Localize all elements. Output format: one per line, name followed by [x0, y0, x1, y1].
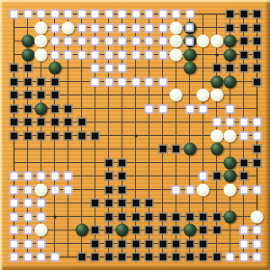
- black-territory-marker: [118, 185, 127, 194]
- black-territory-marker: [10, 104, 19, 113]
- white-territory-marker: [37, 212, 46, 221]
- white-territory-marker: [77, 37, 86, 46]
- black-territory-marker: [253, 145, 262, 154]
- black-stone: [210, 75, 223, 88]
- white-territory-marker: [253, 253, 262, 262]
- black-territory-marker: [23, 118, 32, 127]
- white-territory-marker: [50, 172, 59, 181]
- black-territory-marker: [239, 10, 248, 19]
- black-territory-marker: [131, 239, 140, 248]
- white-territory-marker: [239, 253, 248, 262]
- black-territory-marker: [185, 239, 194, 248]
- black-territory-marker: [64, 131, 73, 140]
- white-territory-marker: [104, 23, 113, 32]
- black-stone: [224, 75, 237, 88]
- white-territory-marker: [23, 212, 32, 221]
- black-territory-marker: [185, 212, 194, 221]
- black-territory-marker: [239, 172, 248, 181]
- black-territory-marker: [104, 226, 113, 235]
- dead-stone-marker: [186, 24, 194, 32]
- white-stone: [197, 35, 210, 48]
- black-territory-marker: [131, 226, 140, 235]
- white-stone: [170, 21, 183, 34]
- white-territory-marker: [199, 172, 208, 181]
- black-stone: [224, 156, 237, 169]
- black-territory-marker: [91, 199, 100, 208]
- black-territory-marker: [104, 239, 113, 248]
- black-stone: [183, 143, 196, 156]
- black-territory-marker: [104, 185, 113, 194]
- white-territory-marker: [104, 64, 113, 73]
- white-territory-marker: [118, 23, 127, 32]
- black-stone: [183, 224, 196, 237]
- black-stone: [21, 35, 34, 48]
- white-territory-marker: [185, 10, 194, 19]
- white-stone: [251, 210, 264, 223]
- white-stone: [224, 183, 237, 196]
- black-territory-marker: [226, 10, 235, 19]
- white-stone: [210, 129, 223, 142]
- black-territory-marker: [91, 239, 100, 248]
- black-territory-marker: [145, 212, 154, 221]
- black-territory-marker: [158, 212, 167, 221]
- white-territory-marker: [131, 10, 140, 19]
- black-territory-marker: [145, 253, 154, 262]
- white-stone: [35, 224, 48, 237]
- black-territory-marker: [199, 239, 208, 248]
- black-territory-marker: [104, 212, 113, 221]
- black-territory-marker: [23, 91, 32, 100]
- black-stone: [224, 170, 237, 183]
- white-territory-marker: [253, 239, 262, 248]
- black-territory-marker: [104, 253, 113, 262]
- black-territory-marker: [212, 172, 221, 181]
- black-territory-marker: [212, 64, 221, 73]
- white-territory-marker: [77, 50, 86, 59]
- white-territory-marker: [158, 37, 167, 46]
- white-territory-marker: [50, 50, 59, 59]
- white-territory-marker: [64, 37, 73, 46]
- black-stone: [224, 210, 237, 223]
- black-territory-marker: [253, 37, 262, 46]
- black-territory-marker: [158, 239, 167, 248]
- white-territory-marker: [239, 185, 248, 194]
- black-territory-marker: [253, 23, 262, 32]
- white-territory-marker: [64, 50, 73, 59]
- black-territory-marker: [64, 104, 73, 113]
- black-territory-marker: [64, 118, 73, 127]
- white-territory-marker: [10, 199, 19, 208]
- white-territory-marker: [199, 104, 208, 113]
- white-territory-marker: [23, 253, 32, 262]
- black-territory-marker: [77, 253, 86, 262]
- black-territory-marker: [131, 253, 140, 262]
- white-stone: [224, 129, 237, 142]
- white-territory-marker: [10, 226, 19, 235]
- black-territory-marker: [145, 239, 154, 248]
- black-territory-marker: [199, 212, 208, 221]
- white-territory-marker: [158, 50, 167, 59]
- black-territory-marker: [239, 64, 248, 73]
- white-territory-marker: [239, 131, 248, 140]
- black-territory-marker: [118, 172, 127, 181]
- white-territory-marker: [145, 104, 154, 113]
- white-territory-marker: [37, 199, 46, 208]
- black-territory-marker: [104, 158, 113, 167]
- black-territory-marker: [77, 131, 86, 140]
- white-territory-marker: [212, 118, 221, 127]
- white-territory-marker: [37, 10, 46, 19]
- white-territory-marker: [37, 172, 46, 181]
- dead-black-stone: [183, 35, 196, 48]
- black-territory-marker: [50, 104, 59, 113]
- white-territory-marker: [185, 185, 194, 194]
- black-stone: [183, 48, 196, 61]
- white-territory-marker: [131, 23, 140, 32]
- white-territory-marker: [104, 50, 113, 59]
- black-territory-marker: [118, 212, 127, 221]
- black-territory-marker: [253, 158, 262, 167]
- white-territory-marker: [239, 118, 248, 127]
- white-territory-marker: [10, 172, 19, 181]
- white-territory-marker: [118, 50, 127, 59]
- black-territory-marker: [91, 131, 100, 140]
- white-territory-marker: [172, 10, 181, 19]
- black-territory-marker: [91, 226, 100, 235]
- white-territory-marker: [145, 10, 154, 19]
- black-territory-marker: [118, 239, 127, 248]
- white-territory-marker: [131, 37, 140, 46]
- black-territory-marker: [118, 199, 127, 208]
- black-territory-marker: [158, 226, 167, 235]
- black-territory-marker: [10, 91, 19, 100]
- black-territory-marker: [239, 158, 248, 167]
- white-territory-marker: [50, 253, 59, 262]
- black-territory-marker: [91, 253, 100, 262]
- black-territory-marker: [23, 104, 32, 113]
- white-territory-marker: [104, 77, 113, 86]
- black-territory-marker: [104, 172, 113, 181]
- black-territory-marker: [10, 118, 19, 127]
- black-territory-marker: [10, 64, 19, 73]
- white-territory-marker: [185, 104, 194, 113]
- white-territory-marker: [118, 64, 127, 73]
- black-territory-marker: [172, 145, 181, 154]
- white-territory-marker: [64, 172, 73, 181]
- white-territory-marker: [64, 10, 73, 19]
- black-stone: [224, 48, 237, 61]
- black-territory-marker: [158, 145, 167, 154]
- black-territory-marker: [253, 50, 262, 59]
- white-stone: [210, 89, 223, 102]
- white-territory-marker: [77, 23, 86, 32]
- black-territory-marker: [37, 131, 46, 140]
- white-territory-marker: [10, 185, 19, 194]
- black-territory-marker: [50, 77, 59, 86]
- black-territory-marker: [172, 239, 181, 248]
- black-territory-marker: [172, 226, 181, 235]
- black-territory-marker: [253, 10, 262, 19]
- white-territory-marker: [23, 239, 32, 248]
- white-territory-marker: [64, 185, 73, 194]
- white-territory-marker: [37, 239, 46, 248]
- black-territory-marker: [23, 64, 32, 73]
- white-territory-marker: [145, 37, 154, 46]
- black-territory-marker: [145, 226, 154, 235]
- white-territory-marker: [10, 10, 19, 19]
- white-territory-marker: [172, 185, 181, 194]
- black-territory-marker: [172, 212, 181, 221]
- black-territory-marker: [50, 91, 59, 100]
- star-point: [215, 53, 218, 56]
- white-territory-marker: [253, 118, 262, 127]
- go-board[interactable]: [0, 0, 270, 270]
- black-territory-marker: [145, 199, 154, 208]
- white-territory-marker: [118, 10, 127, 19]
- black-territory-marker: [212, 212, 221, 221]
- black-territory-marker: [239, 50, 248, 59]
- white-territory-marker: [104, 10, 113, 19]
- white-territory-marker: [145, 50, 154, 59]
- black-stone: [35, 102, 48, 115]
- star-point: [53, 215, 56, 218]
- black-territory-marker: [172, 253, 181, 262]
- white-territory-marker: [239, 239, 248, 248]
- black-territory-marker: [253, 64, 262, 73]
- black-territory-marker: [239, 23, 248, 32]
- white-stone: [170, 48, 183, 61]
- white-territory-marker: [10, 239, 19, 248]
- white-stone: [170, 35, 183, 48]
- white-territory-marker: [50, 10, 59, 19]
- black-territory-marker: [158, 253, 167, 262]
- white-territory-marker: [253, 185, 262, 194]
- white-territory-marker: [23, 199, 32, 208]
- black-stone: [75, 224, 88, 237]
- black-stone: [210, 143, 223, 156]
- white-territory-marker: [10, 253, 19, 262]
- black-territory-marker: [10, 77, 19, 86]
- white-territory-marker: [158, 10, 167, 19]
- white-stone: [35, 183, 48, 196]
- white-territory-marker: [91, 10, 100, 19]
- black-territory-marker: [226, 23, 235, 32]
- black-stone: [183, 62, 196, 75]
- white-territory-marker: [158, 23, 167, 32]
- black-territory-marker: [131, 212, 140, 221]
- white-territory-marker: [253, 131, 262, 140]
- white-territory-marker: [253, 226, 262, 235]
- white-territory-marker: [91, 23, 100, 32]
- white-territory-marker: [118, 37, 127, 46]
- black-territory-marker: [50, 118, 59, 127]
- black-territory-marker: [226, 64, 235, 73]
- white-territory-marker: [131, 77, 140, 86]
- white-territory-marker: [239, 226, 248, 235]
- black-stone: [21, 48, 34, 61]
- star-point: [134, 134, 137, 137]
- white-stone: [197, 89, 210, 102]
- white-territory-marker: [50, 23, 59, 32]
- dead-stone-marker: [186, 37, 194, 45]
- white-territory-marker: [226, 104, 235, 113]
- white-territory-marker: [145, 77, 154, 86]
- white-territory-marker: [226, 253, 235, 262]
- white-territory-marker: [131, 50, 140, 59]
- black-territory-marker: [37, 118, 46, 127]
- white-territory-marker: [158, 104, 167, 113]
- white-territory-marker: [23, 10, 32, 19]
- white-stone: [210, 35, 223, 48]
- black-territory-marker: [118, 158, 127, 167]
- black-territory-marker: [104, 199, 113, 208]
- white-territory-marker: [37, 253, 46, 262]
- white-territory-marker: [10, 212, 19, 221]
- black-territory-marker: [50, 131, 59, 140]
- black-territory-marker: [212, 253, 221, 262]
- white-territory-marker: [118, 77, 127, 86]
- black-territory-marker: [212, 226, 221, 235]
- black-territory-marker: [23, 77, 32, 86]
- black-territory-marker: [199, 253, 208, 262]
- go-app-window: [0, 0, 270, 270]
- white-stone: [35, 35, 48, 48]
- black-territory-marker: [185, 253, 194, 262]
- black-territory-marker: [77, 118, 86, 127]
- white-stone: [35, 48, 48, 61]
- white-territory-marker: [104, 37, 113, 46]
- black-territory-marker: [199, 226, 208, 235]
- black-territory-marker: [23, 131, 32, 140]
- white-territory-marker: [50, 185, 59, 194]
- white-territory-marker: [158, 77, 167, 86]
- white-territory-marker: [145, 23, 154, 32]
- black-territory-marker: [118, 253, 127, 262]
- white-territory-marker: [50, 37, 59, 46]
- dead-black-stone: [183, 21, 196, 34]
- black-stone: [116, 224, 129, 237]
- black-territory-marker: [239, 37, 248, 46]
- white-territory-marker: [23, 185, 32, 194]
- black-stone: [224, 35, 237, 48]
- white-territory-marker: [77, 10, 86, 19]
- black-territory-marker: [10, 131, 19, 140]
- black-territory-marker: [37, 91, 46, 100]
- black-territory-marker: [253, 77, 262, 86]
- white-territory-marker: [226, 118, 235, 127]
- white-territory-marker: [91, 50, 100, 59]
- white-stone: [62, 21, 75, 34]
- black-territory-marker: [131, 199, 140, 208]
- white-territory-marker: [91, 64, 100, 73]
- black-territory-marker: [37, 77, 46, 86]
- white-territory-marker: [23, 226, 32, 235]
- black-stone: [48, 62, 61, 75]
- white-stone: [170, 89, 183, 102]
- white-stone: [197, 183, 210, 196]
- white-stone: [35, 21, 48, 34]
- white-territory-marker: [23, 172, 32, 181]
- white-territory-marker: [91, 77, 100, 86]
- white-territory-marker: [91, 37, 100, 46]
